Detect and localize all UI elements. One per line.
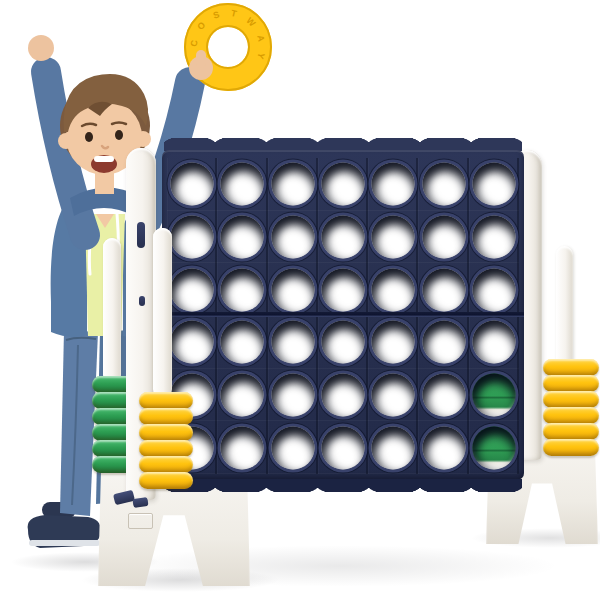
- child-eye: [85, 132, 93, 142]
- left-front-post: [153, 228, 172, 398]
- board-hole: [372, 215, 415, 258]
- board-hole: [422, 373, 465, 416]
- board-cell-r5c3: [268, 369, 318, 422]
- board-hole: [372, 373, 415, 416]
- board-hole: [221, 215, 264, 258]
- yellow-ring-stack-right: [543, 360, 599, 456]
- board-cell-r6c4: [318, 421, 368, 474]
- board-cell-r2c2: [217, 211, 267, 264]
- yellow-storage-ring: [139, 472, 193, 489]
- board-hole: [271, 426, 314, 469]
- left-rear-post: [103, 238, 121, 384]
- board-cell-r6c6: [418, 421, 468, 474]
- board-cell-r6c2: [217, 421, 267, 474]
- board-hole: [372, 321, 415, 364]
- board-hole: [422, 426, 465, 469]
- board-cell-r1c4: [318, 158, 368, 211]
- board-cell-r5c7: [469, 369, 519, 422]
- board-hole: [472, 215, 515, 258]
- board-cell-r3c4: [318, 263, 368, 316]
- board-hole: [372, 163, 415, 206]
- yellow-storage-ring: [139, 392, 193, 409]
- board-cell-r4c1: [167, 316, 217, 369]
- board-cell-r6c5: [368, 421, 418, 474]
- board-cell-r4c3: [268, 316, 318, 369]
- yellow-storage-ring: [139, 408, 193, 425]
- board-cell-r1c6: [418, 158, 468, 211]
- board-cell-r2c7: [469, 211, 519, 264]
- board-hole: [472, 321, 515, 364]
- yellow-storage-ring: [543, 407, 599, 424]
- board-hole: [271, 163, 314, 206]
- board-cell-r3c7: [469, 263, 519, 316]
- yellow-storage-ring: [543, 423, 599, 440]
- board-bottom-scallop: [164, 479, 522, 492]
- yellow-storage-ring: [139, 424, 193, 441]
- board-cell-r4c4: [318, 316, 368, 369]
- child-eye: [115, 130, 123, 140]
- board-cell-r5c4: [318, 369, 368, 422]
- yellow-storage-ring: [543, 391, 599, 408]
- board-hole: [422, 268, 465, 311]
- board-hole: [321, 321, 364, 364]
- board-cell-r2c6: [418, 211, 468, 264]
- board-hole: [171, 163, 214, 206]
- board-hole: [171, 321, 214, 364]
- board-cell-r4c5: [368, 316, 418, 369]
- leg-slot-small: [139, 296, 145, 306]
- board-hole: [271, 268, 314, 311]
- board-hole: [221, 268, 264, 311]
- board-hole: [321, 426, 364, 469]
- board-hole: [271, 321, 314, 364]
- board-cell-r3c1: [167, 263, 217, 316]
- board-hole: [221, 321, 264, 364]
- board-middle-seam: [162, 312, 524, 317]
- board-hole: [422, 215, 465, 258]
- child-shoe-sole: [29, 540, 100, 546]
- board-hole: [472, 373, 515, 416]
- board-cell-r2c1: [167, 211, 217, 264]
- board-cell-r1c1: [167, 158, 217, 211]
- board-cell-r6c7: [469, 421, 519, 474]
- yellow-storage-ring: [543, 359, 599, 376]
- board-cell-r1c5: [368, 158, 418, 211]
- embossed-logo-plate: [128, 513, 153, 529]
- right-front-post: [556, 246, 573, 368]
- board-cell-r4c6: [418, 316, 468, 369]
- board-hole: [271, 215, 314, 258]
- leg-slot: [137, 222, 145, 248]
- product-photo-stage: C O S T W A Y: [0, 0, 600, 600]
- board-hole: [472, 163, 515, 206]
- board-cell-r5c5: [368, 369, 418, 422]
- board-hole: [321, 373, 364, 416]
- board-cell-r2c5: [368, 211, 418, 264]
- yellow-storage-ring: [139, 456, 193, 473]
- board-hole: [321, 215, 364, 258]
- board-hole: [472, 268, 515, 311]
- yellow-ring-stack-left: [139, 393, 193, 489]
- board-hole: [372, 426, 415, 469]
- board-cell-r1c7: [469, 158, 519, 211]
- board-cell-r3c2: [217, 263, 267, 316]
- board-hole: [422, 163, 465, 206]
- child-fist: [28, 35, 54, 61]
- board-cell-r1c2: [217, 158, 267, 211]
- board-hole: [221, 426, 264, 469]
- board-cell-r4c2: [217, 316, 267, 369]
- board-cell-r4c7: [469, 316, 519, 369]
- board-cell-r6c3: [268, 421, 318, 474]
- board-cell-r3c6: [418, 263, 468, 316]
- board-hole: [171, 268, 214, 311]
- board-hole: [221, 373, 264, 416]
- board-cell-r1c3: [268, 158, 318, 211]
- board-cell-r5c2: [217, 369, 267, 422]
- yellow-storage-ring: [543, 375, 599, 392]
- board-cell-r5c6: [418, 369, 468, 422]
- yellow-storage-ring: [139, 440, 193, 457]
- board-cell-r3c3: [268, 263, 318, 316]
- board-hole: [171, 215, 214, 258]
- board-hole: [472, 426, 515, 469]
- board-hole: [271, 373, 314, 416]
- board-hole: [372, 268, 415, 311]
- board-cell-r2c4: [318, 211, 368, 264]
- board-cell-r2c3: [268, 211, 318, 264]
- board-hole: [321, 268, 364, 311]
- board-hole: [221, 163, 264, 206]
- board-hole: [321, 163, 364, 206]
- board-hole: [422, 321, 465, 364]
- yellow-storage-ring: [543, 439, 599, 456]
- board-cell-r3c5: [368, 263, 418, 316]
